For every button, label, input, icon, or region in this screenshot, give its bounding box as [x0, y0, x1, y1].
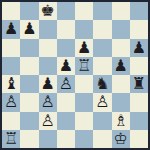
square-f7[interactable]	[93, 20, 111, 38]
square-d7[interactable]	[57, 20, 75, 38]
square-a8[interactable]	[2, 2, 20, 20]
square-h3[interactable]	[130, 93, 148, 111]
square-d2[interactable]	[57, 112, 75, 130]
square-b7[interactable]: ♟	[20, 20, 38, 38]
square-g4[interactable]	[112, 75, 130, 93]
square-g3[interactable]	[112, 93, 130, 111]
white-pawn: ♙	[59, 76, 73, 92]
black-pawn: ♟	[22, 21, 36, 37]
square-g6[interactable]	[112, 39, 130, 57]
square-c1[interactable]	[39, 130, 57, 148]
square-h5[interactable]	[130, 57, 148, 75]
black-king: ♚	[40, 3, 54, 19]
square-h4[interactable]: ♜	[130, 75, 148, 93]
black-pawn: ♟	[113, 57, 127, 73]
square-e3[interactable]	[75, 93, 93, 111]
square-e1[interactable]	[75, 130, 93, 148]
white-pawn: ♙	[40, 94, 54, 110]
square-d5[interactable]: ♟	[57, 57, 75, 75]
square-d3[interactable]	[57, 93, 75, 111]
square-c3[interactable]: ♙	[39, 93, 57, 111]
square-c8[interactable]: ♚	[39, 2, 57, 20]
white-pawn: ♙	[4, 94, 18, 110]
square-h6[interactable]: ♟	[130, 39, 148, 57]
square-d4[interactable]: ♙	[57, 75, 75, 93]
black-pawn: ♟	[4, 21, 18, 37]
square-c7[interactable]	[39, 20, 57, 38]
white-king: ♔	[113, 130, 127, 146]
square-a4[interactable]: ♝	[2, 75, 20, 93]
square-g5[interactable]: ♟	[112, 57, 130, 75]
white-bishop: ♗	[113, 112, 127, 128]
square-e8[interactable]	[75, 2, 93, 20]
square-e5[interactable]: ♖	[75, 57, 93, 75]
square-e7[interactable]	[75, 20, 93, 38]
square-f8[interactable]	[93, 2, 111, 20]
square-b6[interactable]	[20, 39, 38, 57]
black-pawn: ♟	[40, 76, 54, 92]
chess-board: ♚♟♟♟♟♟♖♟♝♟♙♞♜♙♙♙♙♗♖♔	[0, 0, 150, 150]
square-h2[interactable]	[130, 112, 148, 130]
square-d1[interactable]	[57, 130, 75, 148]
square-h8[interactable]	[130, 2, 148, 20]
square-b3[interactable]	[20, 93, 38, 111]
black-knight: ♞	[95, 76, 109, 92]
square-g2[interactable]: ♗	[112, 112, 130, 130]
square-f6[interactable]	[93, 39, 111, 57]
square-c5[interactable]	[39, 57, 57, 75]
square-a5[interactable]	[2, 57, 20, 75]
black-pawn: ♟	[77, 39, 91, 55]
square-c2[interactable]: ♙	[39, 112, 57, 130]
square-g8[interactable]	[112, 2, 130, 20]
square-f1[interactable]	[93, 130, 111, 148]
black-bishop: ♝	[4, 76, 18, 92]
square-a7[interactable]: ♟	[2, 20, 20, 38]
square-b5[interactable]	[20, 57, 38, 75]
square-c6[interactable]	[39, 39, 57, 57]
square-f4[interactable]: ♞	[93, 75, 111, 93]
square-e6[interactable]: ♟	[75, 39, 93, 57]
square-a3[interactable]: ♙	[2, 93, 20, 111]
square-a1[interactable]: ♖	[2, 130, 20, 148]
square-b8[interactable]	[20, 2, 38, 20]
square-a2[interactable]	[2, 112, 20, 130]
square-f3[interactable]: ♙	[93, 93, 111, 111]
square-f2[interactable]	[93, 112, 111, 130]
white-rook: ♖	[4, 130, 18, 146]
white-pawn: ♙	[40, 112, 54, 128]
square-d6[interactable]	[57, 39, 75, 57]
black-rook: ♜	[132, 76, 146, 92]
black-pawn: ♟	[132, 39, 146, 55]
square-b2[interactable]	[20, 112, 38, 130]
black-pawn: ♟	[59, 57, 73, 73]
square-c4[interactable]: ♟	[39, 75, 57, 93]
square-f5[interactable]	[93, 57, 111, 75]
square-e2[interactable]	[75, 112, 93, 130]
square-b1[interactable]	[20, 130, 38, 148]
white-rook: ♖	[77, 57, 91, 73]
square-g1[interactable]: ♔	[112, 130, 130, 148]
square-d8[interactable]	[57, 2, 75, 20]
white-pawn: ♙	[95, 94, 109, 110]
square-a6[interactable]	[2, 39, 20, 57]
square-b4[interactable]	[20, 75, 38, 93]
square-h1[interactable]	[130, 130, 148, 148]
square-h7[interactable]	[130, 20, 148, 38]
square-g7[interactable]	[112, 20, 130, 38]
square-e4[interactable]	[75, 75, 93, 93]
